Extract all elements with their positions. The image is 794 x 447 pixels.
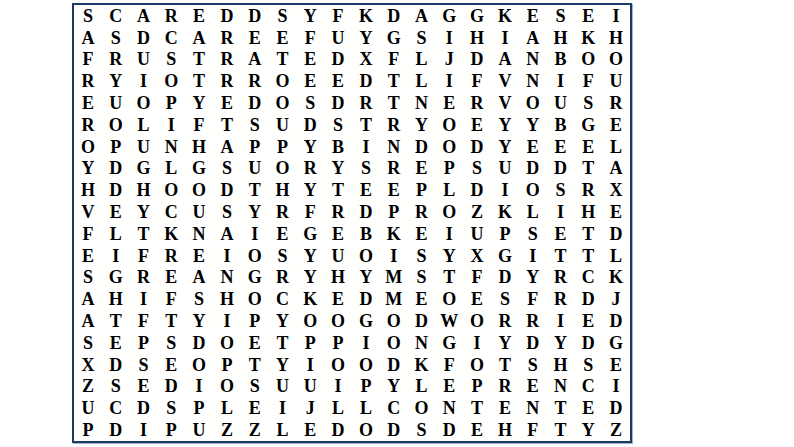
grid-cell-r10c3[interactable]: Y: [130, 201, 158, 223]
grid-cell-r19c20[interactable]: D: [602, 397, 630, 419]
grid-cell-r5c11[interactable]: R: [352, 92, 380, 114]
grid-cell-r3c7[interactable]: A: [241, 49, 269, 71]
grid-cell-r14c7[interactable]: O: [241, 288, 269, 310]
grid-cell-r1c2[interactable]: C: [102, 5, 130, 27]
grid-cell-r10c19[interactable]: H: [574, 201, 602, 223]
grid-cell-r3c18[interactable]: B: [547, 49, 575, 71]
grid-cell-r8c8[interactable]: O: [269, 158, 297, 180]
grid-cell-r16c8[interactable]: T: [269, 332, 297, 354]
grid-cell-r16c2[interactable]: E: [102, 332, 130, 354]
grid-cell-r17c16[interactable]: T: [491, 354, 519, 376]
grid-cell-r2c3[interactable]: D: [130, 27, 158, 49]
grid-cell-r19c16[interactable]: E: [491, 397, 519, 419]
grid-cell-r19c7[interactable]: E: [241, 397, 269, 419]
grid-cell-r11c19[interactable]: T: [574, 223, 602, 245]
grid-cell-r15c1[interactable]: A: [74, 310, 102, 332]
grid-cell-r13c18[interactable]: R: [547, 267, 575, 289]
grid-cell-r5c15[interactable]: R: [463, 92, 491, 114]
grid-cell-r11c12[interactable]: K: [380, 223, 408, 245]
grid-cell-r11c18[interactable]: E: [547, 223, 575, 245]
grid-cell-r4c5[interactable]: T: [185, 70, 213, 92]
grid-cell-r13c5[interactable]: A: [185, 267, 213, 289]
grid-cell-r8c18[interactable]: D: [547, 158, 575, 180]
grid-cell-r17c14[interactable]: F: [435, 354, 463, 376]
grid-cell-r15c7[interactable]: P: [241, 310, 269, 332]
grid-cell-r7c8[interactable]: P: [269, 136, 297, 158]
grid-cell-r13c14[interactable]: T: [435, 267, 463, 289]
grid-cell-r14c16[interactable]: S: [491, 288, 519, 310]
grid-cell-r11c2[interactable]: L: [102, 223, 130, 245]
grid-cell-r20c11[interactable]: O: [352, 419, 380, 441]
grid-cell-r1c14[interactable]: G: [435, 5, 463, 27]
grid-cell-r17c19[interactable]: S: [574, 354, 602, 376]
grid-cell-r8c20[interactable]: A: [602, 158, 630, 180]
grid-cell-r9c13[interactable]: P: [408, 179, 436, 201]
grid-cell-r4c4[interactable]: O: [157, 70, 185, 92]
grid-cell-r4c6[interactable]: R: [213, 70, 241, 92]
grid-cell-r5c18[interactable]: U: [547, 92, 575, 114]
grid-cell-r6c8[interactable]: U: [269, 114, 297, 136]
grid-cell-r14c8[interactable]: C: [269, 288, 297, 310]
grid-cell-r10c14[interactable]: O: [435, 201, 463, 223]
grid-cell-r1c9[interactable]: Y: [296, 5, 324, 27]
grid-cell-r5c17[interactable]: O: [519, 92, 547, 114]
grid-cell-r9c20[interactable]: X: [602, 179, 630, 201]
grid-cell-r2c14[interactable]: I: [435, 27, 463, 49]
grid-cell-r20c19[interactable]: Y: [574, 419, 602, 441]
grid-cell-r3c4[interactable]: S: [157, 49, 185, 71]
grid-cell-r12c11[interactable]: O: [352, 245, 380, 267]
grid-cell-r13c8[interactable]: R: [269, 267, 297, 289]
grid-cell-r16c7[interactable]: E: [241, 332, 269, 354]
grid-cell-r2c6[interactable]: R: [213, 27, 241, 49]
grid-cell-r12c4[interactable]: R: [157, 245, 185, 267]
grid-cell-r7c7[interactable]: P: [241, 136, 269, 158]
grid-cell-r18c8[interactable]: U: [269, 376, 297, 398]
grid-cell-r15c4[interactable]: T: [157, 310, 185, 332]
grid-cell-r1c15[interactable]: G: [463, 5, 491, 27]
grid-cell-r6c13[interactable]: Y: [408, 114, 436, 136]
grid-cell-r14c1[interactable]: A: [74, 288, 102, 310]
grid-cell-r18c1[interactable]: Z: [74, 376, 102, 398]
grid-cell-r6c12[interactable]: R: [380, 114, 408, 136]
grid-cell-r10c2[interactable]: E: [102, 201, 130, 223]
grid-cell-r18c20[interactable]: I: [602, 376, 630, 398]
grid-cell-r4c11[interactable]: D: [352, 70, 380, 92]
grid-cell-r19c14[interactable]: N: [435, 397, 463, 419]
grid-cell-r3c13[interactable]: L: [408, 49, 436, 71]
grid-cell-r2c11[interactable]: Y: [352, 27, 380, 49]
grid-cell-r18c2[interactable]: S: [102, 376, 130, 398]
grid-cell-r7c15[interactable]: D: [463, 136, 491, 158]
grid-cell-r17c1[interactable]: X: [74, 354, 102, 376]
grid-cell-r10c12[interactable]: P: [380, 201, 408, 223]
grid-cell-r1c11[interactable]: K: [352, 5, 380, 27]
grid-cell-r9c9[interactable]: Y: [296, 179, 324, 201]
grid-cell-r8c6[interactable]: S: [213, 158, 241, 180]
grid-cell-r7c16[interactable]: Y: [491, 136, 519, 158]
grid-cell-r16c3[interactable]: P: [130, 332, 158, 354]
grid-cell-r12c13[interactable]: S: [408, 245, 436, 267]
grid-cell-r9c5[interactable]: O: [185, 179, 213, 201]
grid-cell-r9c14[interactable]: L: [435, 179, 463, 201]
grid-cell-r17c17[interactable]: S: [519, 354, 547, 376]
grid-cell-r2c17[interactable]: A: [519, 27, 547, 49]
grid-cell-r9c1[interactable]: H: [74, 179, 102, 201]
grid-cell-r14c18[interactable]: R: [547, 288, 575, 310]
grid-cell-r2c12[interactable]: G: [380, 27, 408, 49]
grid-cell-r19c13[interactable]: O: [408, 397, 436, 419]
grid-cell-r18c7[interactable]: S: [241, 376, 269, 398]
grid-cell-r12c8[interactable]: S: [269, 245, 297, 267]
grid-cell-r20c18[interactable]: T: [547, 419, 575, 441]
grid-cell-r1c20[interactable]: I: [602, 5, 630, 27]
grid-cell-r12c9[interactable]: Y: [296, 245, 324, 267]
grid-cell-r19c18[interactable]: T: [547, 397, 575, 419]
grid-cell-r3c3[interactable]: U: [130, 49, 158, 71]
grid-cell-r4c9[interactable]: E: [296, 70, 324, 92]
grid-cell-r5c7[interactable]: D: [241, 92, 269, 114]
grid-cell-r10c16[interactable]: K: [491, 201, 519, 223]
grid-cell-r14c6[interactable]: H: [213, 288, 241, 310]
grid-cell-r6c7[interactable]: S: [241, 114, 269, 136]
grid-cell-r14c4[interactable]: F: [157, 288, 185, 310]
grid-cell-r12c1[interactable]: E: [74, 245, 102, 267]
grid-cell-r9c8[interactable]: H: [269, 179, 297, 201]
grid-cell-r20c4[interactable]: P: [157, 419, 185, 441]
grid-cell-r19c15[interactable]: T: [463, 397, 491, 419]
grid-cell-r8c12[interactable]: R: [380, 158, 408, 180]
grid-cell-r11c9[interactable]: G: [296, 223, 324, 245]
grid-cell-r10c5[interactable]: U: [185, 201, 213, 223]
grid-cell-r8c15[interactable]: S: [463, 158, 491, 180]
grid-cell-r6c16[interactable]: Y: [491, 114, 519, 136]
grid-cell-r12c5[interactable]: E: [185, 245, 213, 267]
grid-cell-r12c3[interactable]: F: [130, 245, 158, 267]
grid-cell-r6c9[interactable]: D: [296, 114, 324, 136]
grid-cell-r14c19[interactable]: D: [574, 288, 602, 310]
grid-cell-r18c17[interactable]: E: [519, 376, 547, 398]
grid-cell-r8c19[interactable]: T: [574, 158, 602, 180]
grid-cell-r4c2[interactable]: Y: [102, 70, 130, 92]
grid-cell-r3c10[interactable]: D: [324, 49, 352, 71]
grid-cell-r11c7[interactable]: I: [241, 223, 269, 245]
grid-cell-r1c4[interactable]: R: [157, 5, 185, 27]
grid-cell-r5c6[interactable]: E: [213, 92, 241, 114]
grid-cell-r18c13[interactable]: L: [408, 376, 436, 398]
grid-cell-r16c11[interactable]: I: [352, 332, 380, 354]
grid-cell-r3c17[interactable]: N: [519, 49, 547, 71]
grid-cell-r4c16[interactable]: V: [491, 70, 519, 92]
grid-cell-r18c18[interactable]: N: [547, 376, 575, 398]
grid-cell-r11c5[interactable]: N: [185, 223, 213, 245]
grid-cell-r2c15[interactable]: H: [463, 27, 491, 49]
grid-cell-r19c1[interactable]: U: [74, 397, 102, 419]
grid-cell-r17c7[interactable]: T: [241, 354, 269, 376]
grid-cell-r18c10[interactable]: I: [324, 376, 352, 398]
grid-cell-r7c11[interactable]: I: [352, 136, 380, 158]
grid-cell-r19c11[interactable]: L: [352, 397, 380, 419]
grid-cell-r2c1[interactable]: A: [74, 27, 102, 49]
grid-cell-r9c4[interactable]: O: [157, 179, 185, 201]
grid-cell-r5c14[interactable]: E: [435, 92, 463, 114]
grid-cell-r8c17[interactable]: D: [519, 158, 547, 180]
grid-cell-r7c18[interactable]: E: [547, 136, 575, 158]
grid-cell-r3c8[interactable]: T: [269, 49, 297, 71]
grid-cell-r13c2[interactable]: G: [102, 267, 130, 289]
grid-cell-r2c7[interactable]: E: [241, 27, 269, 49]
grid-cell-r20c12[interactable]: D: [380, 419, 408, 441]
grid-cell-r19c10[interactable]: L: [324, 397, 352, 419]
grid-cell-r3c12[interactable]: F: [380, 49, 408, 71]
grid-cell-r14c12[interactable]: M: [380, 288, 408, 310]
grid-cell-r10c6[interactable]: S: [213, 201, 241, 223]
grid-cell-r18c9[interactable]: U: [296, 376, 324, 398]
grid-cell-r11c11[interactable]: B: [352, 223, 380, 245]
grid-cell-r20c1[interactable]: P: [74, 419, 102, 441]
grid-cell-r14c13[interactable]: E: [408, 288, 436, 310]
grid-cell-r8c9[interactable]: R: [296, 158, 324, 180]
grid-cell-r18c19[interactable]: C: [574, 376, 602, 398]
grid-cell-r16c14[interactable]: G: [435, 332, 463, 354]
grid-cell-r11c13[interactable]: E: [408, 223, 436, 245]
grid-cell-r8c1[interactable]: Y: [74, 158, 102, 180]
grid-cell-r8c10[interactable]: Y: [324, 158, 352, 180]
grid-cell-r13c10[interactable]: H: [324, 267, 352, 289]
grid-cell-r1c13[interactable]: A: [408, 5, 436, 27]
grid-cell-r17c9[interactable]: I: [296, 354, 324, 376]
grid-cell-r7c6[interactable]: A: [213, 136, 241, 158]
grid-cell-r4c19[interactable]: F: [574, 70, 602, 92]
grid-cell-r6c14[interactable]: O: [435, 114, 463, 136]
grid-cell-r4c14[interactable]: I: [435, 70, 463, 92]
grid-cell-r6c2[interactable]: O: [102, 114, 130, 136]
grid-cell-r4c8[interactable]: O: [269, 70, 297, 92]
grid-cell-r13c12[interactable]: M: [380, 267, 408, 289]
grid-cell-r10c15[interactable]: Z: [463, 201, 491, 223]
grid-cell-r6c15[interactable]: E: [463, 114, 491, 136]
grid-cell-r1c8[interactable]: S: [269, 5, 297, 27]
grid-cell-r4c3[interactable]: I: [130, 70, 158, 92]
grid-cell-r15c2[interactable]: T: [102, 310, 130, 332]
grid-cell-r15c12[interactable]: O: [380, 310, 408, 332]
grid-cell-r11c3[interactable]: T: [130, 223, 158, 245]
grid-cell-r5c2[interactable]: U: [102, 92, 130, 114]
grid-cell-r16c17[interactable]: D: [519, 332, 547, 354]
grid-cell-r10c13[interactable]: R: [408, 201, 436, 223]
grid-cell-r13c7[interactable]: G: [241, 267, 269, 289]
grid-cell-r18c6[interactable]: O: [213, 376, 241, 398]
grid-cell-r1c19[interactable]: E: [574, 5, 602, 27]
grid-cell-r1c6[interactable]: D: [213, 5, 241, 27]
grid-cell-r9c3[interactable]: H: [130, 179, 158, 201]
grid-cell-r3c6[interactable]: R: [213, 49, 241, 71]
grid-cell-r13c9[interactable]: Y: [296, 267, 324, 289]
grid-cell-r14c3[interactable]: I: [130, 288, 158, 310]
grid-cell-r7c9[interactable]: Y: [296, 136, 324, 158]
grid-cell-r16c10[interactable]: P: [324, 332, 352, 354]
grid-cell-r1c7[interactable]: D: [241, 5, 269, 27]
grid-cell-r7c1[interactable]: O: [74, 136, 102, 158]
grid-cell-r6c1[interactable]: R: [74, 114, 102, 136]
grid-cell-r16c4[interactable]: S: [157, 332, 185, 354]
grid-cell-r6c3[interactable]: L: [130, 114, 158, 136]
grid-cell-r11c17[interactable]: S: [519, 223, 547, 245]
grid-cell-r16c20[interactable]: G: [602, 332, 630, 354]
grid-cell-r16c1[interactable]: S: [74, 332, 102, 354]
grid-cell-r13c16[interactable]: D: [491, 267, 519, 289]
grid-cell-r17c5[interactable]: O: [185, 354, 213, 376]
grid-cell-r15c18[interactable]: I: [547, 310, 575, 332]
grid-cell-r16c13[interactable]: N: [408, 332, 436, 354]
grid-cell-r3c2[interactable]: R: [102, 49, 130, 71]
grid-cell-r5c19[interactable]: S: [574, 92, 602, 114]
grid-cell-r5c20[interactable]: R: [602, 92, 630, 114]
grid-cell-r7c13[interactable]: D: [408, 136, 436, 158]
grid-cell-r12c2[interactable]: I: [102, 245, 130, 267]
grid-cell-r4c18[interactable]: I: [547, 70, 575, 92]
grid-cell-r20c7[interactable]: Z: [241, 419, 269, 441]
grid-cell-r10c1[interactable]: V: [74, 201, 102, 223]
grid-cell-r7c10[interactable]: B: [324, 136, 352, 158]
grid-cell-r1c18[interactable]: S: [547, 5, 575, 27]
grid-cell-r4c17[interactable]: N: [519, 70, 547, 92]
grid-cell-r4c10[interactable]: E: [324, 70, 352, 92]
grid-cell-r14c20[interactable]: J: [602, 288, 630, 310]
grid-cell-r18c5[interactable]: I: [185, 376, 213, 398]
grid-cell-r4c12[interactable]: T: [380, 70, 408, 92]
grid-cell-r2c2[interactable]: S: [102, 27, 130, 49]
grid-cell-r6c17[interactable]: Y: [519, 114, 547, 136]
grid-cell-r9c6[interactable]: D: [213, 179, 241, 201]
grid-cell-r5c9[interactable]: S: [296, 92, 324, 114]
grid-cell-r15c8[interactable]: Y: [269, 310, 297, 332]
grid-cell-r12c20[interactable]: L: [602, 245, 630, 267]
grid-cell-r8c16[interactable]: U: [491, 158, 519, 180]
grid-cell-r2c16[interactable]: I: [491, 27, 519, 49]
grid-cell-r17c20[interactable]: E: [602, 354, 630, 376]
grid-cell-r14c17[interactable]: F: [519, 288, 547, 310]
grid-cell-r5c3[interactable]: O: [130, 92, 158, 114]
grid-cell-r19c9[interactable]: J: [296, 397, 324, 419]
grid-cell-r17c8[interactable]: Y: [269, 354, 297, 376]
grid-cell-r5c13[interactable]: N: [408, 92, 436, 114]
grid-cell-r9c17[interactable]: O: [519, 179, 547, 201]
grid-cell-r14c10[interactable]: E: [324, 288, 352, 310]
grid-cell-r12c12[interactable]: I: [380, 245, 408, 267]
grid-cell-r15c15[interactable]: O: [463, 310, 491, 332]
grid-cell-r12c7[interactable]: O: [241, 245, 269, 267]
grid-cell-r10c18[interactable]: I: [547, 201, 575, 223]
grid-cell-r17c6[interactable]: P: [213, 354, 241, 376]
grid-cell-r8c4[interactable]: L: [157, 158, 185, 180]
grid-cell-r20c5[interactable]: U: [185, 419, 213, 441]
grid-cell-r8c2[interactable]: D: [102, 158, 130, 180]
grid-cell-r6c20[interactable]: E: [602, 114, 630, 136]
grid-cell-r11c20[interactable]: D: [602, 223, 630, 245]
grid-cell-r18c11[interactable]: P: [352, 376, 380, 398]
grid-cell-r11c1[interactable]: F: [74, 223, 102, 245]
grid-cell-r1c3[interactable]: A: [130, 5, 158, 27]
grid-cell-r13c17[interactable]: Y: [519, 267, 547, 289]
grid-cell-r18c14[interactable]: E: [435, 376, 463, 398]
grid-cell-r7c17[interactable]: E: [519, 136, 547, 158]
grid-cell-r15c11[interactable]: G: [352, 310, 380, 332]
grid-cell-r15c13[interactable]: D: [408, 310, 436, 332]
grid-cell-r13c1[interactable]: S: [74, 267, 102, 289]
grid-cell-r13c6[interactable]: N: [213, 267, 241, 289]
grid-cell-r20c2[interactable]: D: [102, 419, 130, 441]
grid-cell-r15c9[interactable]: O: [296, 310, 324, 332]
grid-cell-r16c19[interactable]: D: [574, 332, 602, 354]
grid-cell-r2c13[interactable]: S: [408, 27, 436, 49]
grid-cell-r9c16[interactable]: I: [491, 179, 519, 201]
grid-cell-r19c5[interactable]: P: [185, 397, 213, 419]
grid-cell-r13c3[interactable]: R: [130, 267, 158, 289]
grid-cell-r9c15[interactable]: D: [463, 179, 491, 201]
grid-cell-r10c10[interactable]: R: [324, 201, 352, 223]
grid-cell-r10c9[interactable]: F: [296, 201, 324, 223]
grid-cell-r5c5[interactable]: Y: [185, 92, 213, 114]
grid-cell-r7c12[interactable]: N: [380, 136, 408, 158]
grid-cell-r19c4[interactable]: S: [157, 397, 185, 419]
grid-cell-r17c4[interactable]: E: [157, 354, 185, 376]
grid-cell-r17c2[interactable]: D: [102, 354, 130, 376]
grid-cell-r8c7[interactable]: U: [241, 158, 269, 180]
grid-cell-r1c12[interactable]: D: [380, 5, 408, 27]
grid-cell-r12c17[interactable]: I: [519, 245, 547, 267]
grid-cell-r3c16[interactable]: A: [491, 49, 519, 71]
grid-cell-r13c13[interactable]: S: [408, 267, 436, 289]
grid-cell-r16c15[interactable]: I: [463, 332, 491, 354]
grid-cell-r20c14[interactable]: D: [435, 419, 463, 441]
grid-cell-r19c17[interactable]: N: [519, 397, 547, 419]
grid-cell-r11c4[interactable]: K: [157, 223, 185, 245]
grid-cell-r20c13[interactable]: S: [408, 419, 436, 441]
grid-cell-r6c19[interactable]: G: [574, 114, 602, 136]
grid-cell-r20c16[interactable]: H: [491, 419, 519, 441]
grid-cell-r1c16[interactable]: K: [491, 5, 519, 27]
grid-cell-r20c20[interactable]: Z: [602, 419, 630, 441]
grid-cell-r11c16[interactable]: P: [491, 223, 519, 245]
grid-cell-r19c8[interactable]: I: [269, 397, 297, 419]
grid-cell-r2c4[interactable]: C: [157, 27, 185, 49]
grid-cell-r10c8[interactable]: R: [269, 201, 297, 223]
grid-cell-r4c13[interactable]: L: [408, 70, 436, 92]
grid-cell-r14c15[interactable]: E: [463, 288, 491, 310]
grid-cell-r12c14[interactable]: Y: [435, 245, 463, 267]
grid-cell-r18c4[interactable]: D: [157, 376, 185, 398]
grid-cell-r1c1[interactable]: S: [74, 5, 102, 27]
grid-cell-r9c19[interactable]: R: [574, 179, 602, 201]
grid-cell-r7c19[interactable]: E: [574, 136, 602, 158]
grid-cell-r18c3[interactable]: E: [130, 376, 158, 398]
grid-cell-r1c5[interactable]: E: [185, 5, 213, 27]
grid-cell-r6c18[interactable]: B: [547, 114, 575, 136]
grid-cell-r17c13[interactable]: K: [408, 354, 436, 376]
grid-cell-r9c10[interactable]: T: [324, 179, 352, 201]
grid-cell-r4c1[interactable]: R: [74, 70, 102, 92]
grid-cell-r18c12[interactable]: Y: [380, 376, 408, 398]
grid-cell-r2c10[interactable]: U: [324, 27, 352, 49]
grid-cell-r14c9[interactable]: K: [296, 288, 324, 310]
grid-cell-r11c8[interactable]: E: [269, 223, 297, 245]
grid-cell-r1c17[interactable]: E: [519, 5, 547, 27]
grid-cell-r6c5[interactable]: F: [185, 114, 213, 136]
grid-cell-r18c15[interactable]: P: [463, 376, 491, 398]
grid-cell-r19c12[interactable]: C: [380, 397, 408, 419]
grid-cell-r6c10[interactable]: S: [324, 114, 352, 136]
